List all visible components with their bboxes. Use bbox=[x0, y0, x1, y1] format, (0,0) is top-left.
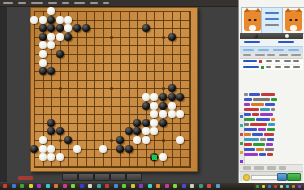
rail-tool-icon[interactable] bbox=[240, 115, 243, 118]
fox-muzzle bbox=[249, 25, 256, 31]
chat-text-segment bbox=[244, 108, 259, 111]
chat-text-segment bbox=[244, 118, 255, 121]
black-stone bbox=[168, 93, 176, 101]
taskbar-app-icon[interactable] bbox=[63, 184, 67, 188]
board-control-button[interactable] bbox=[126, 173, 142, 181]
white-stone bbox=[150, 110, 158, 118]
taskbar-app-icon[interactable] bbox=[173, 184, 177, 188]
black-stone bbox=[39, 24, 47, 32]
white-stone bbox=[159, 110, 167, 118]
chat-text-segment bbox=[250, 123, 268, 126]
taskbar-app-icon[interactable] bbox=[216, 184, 220, 188]
text-blur bbox=[265, 12, 279, 14]
white-stone bbox=[56, 33, 64, 41]
hoshi-point bbox=[110, 87, 113, 90]
hoshi-point bbox=[59, 139, 62, 142]
chat-message-blur bbox=[244, 143, 303, 146]
chat-text-segment bbox=[244, 133, 251, 136]
chat-tool-button[interactable] bbox=[267, 166, 276, 170]
sidebar-toolbar[interactable] bbox=[240, 46, 303, 53]
chat-toolbar[interactable] bbox=[240, 164, 303, 171]
fox-muzzle bbox=[290, 25, 297, 31]
black-stone bbox=[39, 67, 47, 75]
menu-item-blur[interactable] bbox=[3, 2, 13, 4]
black-stone bbox=[47, 127, 55, 135]
white-stone bbox=[73, 145, 81, 153]
tray-icon[interactable] bbox=[268, 185, 271, 188]
taskbar-app-icon[interactable] bbox=[54, 184, 58, 188]
white-stone bbox=[150, 93, 158, 101]
text-blur bbox=[243, 66, 259, 68]
taskbar-app-icon[interactable] bbox=[97, 184, 101, 188]
rank-badge bbox=[259, 60, 262, 63]
chat-input-row bbox=[240, 171, 303, 181]
white-stone bbox=[39, 59, 47, 67]
white-stone bbox=[64, 16, 72, 24]
chat-message-blur bbox=[244, 138, 303, 141]
black-stone bbox=[56, 50, 64, 58]
chat-text-segment bbox=[244, 113, 251, 116]
white-stone bbox=[39, 136, 47, 144]
black-stone bbox=[159, 93, 167, 101]
menu-item-blur[interactable] bbox=[103, 2, 109, 4]
white-stone bbox=[168, 110, 176, 118]
text-blur bbox=[267, 54, 275, 56]
taskbar-app-icon[interactable] bbox=[37, 184, 41, 188]
chat-message-blur bbox=[244, 113, 303, 116]
black-stone bbox=[82, 24, 90, 32]
taskbar-app-icon[interactable] bbox=[190, 184, 194, 188]
chat-text-segment bbox=[268, 123, 275, 126]
text-blur bbox=[284, 60, 291, 62]
hoshi-point bbox=[162, 36, 165, 39]
white-stone bbox=[39, 50, 47, 58]
chat-text-segment bbox=[271, 108, 276, 111]
capture-timer-bar bbox=[240, 33, 303, 39]
chat-text-segment bbox=[271, 98, 277, 101]
chat-message-blur bbox=[244, 98, 303, 101]
text-blur bbox=[279, 54, 288, 56]
chat-message-blur bbox=[244, 118, 303, 121]
text-blur bbox=[275, 60, 280, 62]
black-stone bbox=[133, 119, 141, 127]
text-blur bbox=[243, 54, 251, 56]
text-blur bbox=[293, 66, 300, 68]
chat-text-segment bbox=[264, 133, 275, 136]
white-stone-icon bbox=[285, 34, 289, 38]
white-stone bbox=[150, 127, 158, 135]
chat-text-segment bbox=[244, 143, 252, 146]
chat-message-blur bbox=[244, 153, 303, 156]
text-blur bbox=[243, 60, 257, 62]
text-blur bbox=[243, 49, 254, 51]
player-avatar-right bbox=[282, 7, 304, 34]
chat-message-blur bbox=[244, 148, 303, 151]
chat-text-segment bbox=[252, 133, 263, 136]
text-blur bbox=[288, 49, 299, 51]
white-stone bbox=[47, 33, 55, 41]
white-stone bbox=[56, 16, 64, 24]
rail-tool-icon[interactable] bbox=[240, 151, 243, 154]
chat-text-segment bbox=[244, 128, 257, 131]
black-stone bbox=[56, 127, 64, 135]
chat-message-blur bbox=[244, 123, 303, 126]
menu-item-blur[interactable] bbox=[18, 2, 26, 4]
taskbar-app-icon[interactable] bbox=[114, 184, 118, 188]
white-stone bbox=[39, 41, 47, 49]
chat-text-segment bbox=[260, 108, 269, 111]
black-stone bbox=[125, 145, 133, 153]
rail-tool-icon[interactable] bbox=[240, 124, 243, 127]
rail-tool-icon[interactable] bbox=[240, 133, 243, 136]
white-stone bbox=[39, 16, 47, 24]
black-stone bbox=[73, 24, 81, 32]
chat-text-segment bbox=[260, 113, 273, 116]
chat-text-segment bbox=[266, 143, 273, 146]
taskbar-app-icon[interactable] bbox=[88, 184, 92, 188]
taskbar-app-icon[interactable] bbox=[105, 184, 109, 188]
fox-avatar-icon bbox=[285, 10, 302, 31]
white-stone bbox=[142, 127, 150, 135]
window-edge bbox=[0, 7, 7, 182]
taskbar-app-icon[interactable] bbox=[165, 184, 169, 188]
board-control-button[interactable] bbox=[94, 173, 110, 181]
chat-text-segment bbox=[251, 103, 264, 106]
taskbar-app-icon[interactable] bbox=[29, 184, 33, 188]
white-stone bbox=[47, 153, 55, 161]
chat-message-blur bbox=[244, 108, 303, 111]
text-blur bbox=[244, 41, 260, 43]
black-stone bbox=[142, 24, 150, 32]
white-stone bbox=[30, 16, 38, 24]
black-stone bbox=[176, 93, 184, 101]
black-stone bbox=[168, 84, 176, 92]
text-blur bbox=[273, 49, 284, 51]
board-grid bbox=[34, 11, 191, 168]
black-stone bbox=[116, 145, 124, 153]
board-control-button[interactable] bbox=[78, 173, 94, 181]
board-control-button[interactable] bbox=[110, 173, 126, 181]
tray-icon[interactable] bbox=[262, 185, 265, 188]
hoshi-point bbox=[162, 87, 165, 90]
text-blur bbox=[293, 60, 299, 62]
black-stone bbox=[30, 145, 38, 153]
white-stone bbox=[159, 153, 167, 161]
game-info-panel bbox=[261, 7, 284, 34]
black-stone bbox=[47, 67, 55, 75]
taskbar-app-icon[interactable] bbox=[199, 184, 203, 188]
black-stone bbox=[159, 102, 167, 110]
text-blur bbox=[275, 66, 281, 68]
text-blur bbox=[266, 60, 272, 62]
chat-text-segment bbox=[253, 98, 270, 101]
white-stone bbox=[39, 145, 47, 153]
chat-text-segment bbox=[244, 138, 259, 141]
table-row[interactable] bbox=[240, 59, 303, 64]
chat-text-segment bbox=[252, 113, 259, 116]
white-stone bbox=[133, 136, 141, 144]
menu-item-blur[interactable] bbox=[31, 2, 43, 4]
text-blur bbox=[255, 54, 265, 56]
chat-text-segment bbox=[259, 153, 266, 156]
white-stone bbox=[99, 145, 107, 153]
taskbar-app-icon[interactable] bbox=[156, 184, 160, 188]
text-blur bbox=[291, 54, 301, 56]
chat-message-blur bbox=[244, 133, 303, 136]
chat-text-segment bbox=[267, 138, 274, 141]
chat-text-segment bbox=[265, 148, 274, 151]
chat-text-segment bbox=[271, 118, 276, 121]
table-row[interactable] bbox=[240, 65, 303, 70]
taskbar-app-icon[interactable] bbox=[148, 184, 152, 188]
tray-icon[interactable] bbox=[280, 185, 283, 188]
desktop-screen bbox=[0, 0, 304, 190]
chat-text-segment bbox=[249, 93, 261, 96]
black-stone bbox=[47, 119, 55, 127]
white-stone bbox=[47, 41, 55, 49]
text-blur bbox=[266, 66, 271, 68]
taskbar-app-icon[interactable] bbox=[182, 184, 186, 188]
black-stone bbox=[39, 33, 47, 41]
chat-text-segment bbox=[261, 93, 275, 96]
taskbar[interactable] bbox=[0, 183, 304, 190]
rail-tool-icon[interactable] bbox=[240, 160, 243, 163]
emoticon-icon[interactable] bbox=[243, 174, 250, 181]
white-stone bbox=[56, 153, 64, 161]
black-stone bbox=[142, 102, 150, 110]
hoshi-point bbox=[59, 87, 62, 90]
chat-tool-button[interactable] bbox=[279, 166, 286, 170]
taskbar-app-icon[interactable] bbox=[71, 184, 75, 188]
hoshi-point bbox=[110, 139, 113, 142]
black-stone bbox=[133, 127, 141, 135]
black-stone bbox=[125, 127, 133, 135]
menu-item-blur[interactable] bbox=[48, 2, 57, 4]
chat-text-segment bbox=[256, 118, 270, 121]
chat-text-segment bbox=[258, 128, 266, 131]
player-names-row bbox=[240, 40, 303, 45]
fox-avatar-icon bbox=[244, 10, 261, 31]
go-board[interactable] bbox=[30, 7, 198, 172]
tray-icon[interactable] bbox=[256, 185, 259, 188]
text-blur bbox=[258, 49, 269, 51]
rank-badge bbox=[261, 66, 264, 69]
board-control-button[interactable] bbox=[62, 173, 78, 181]
chat-text-segment bbox=[260, 138, 266, 141]
taskbar-app-icon[interactable] bbox=[80, 184, 84, 188]
chat-text-segment bbox=[244, 153, 258, 156]
menu-item-blur[interactable] bbox=[74, 2, 85, 4]
menu-item-blur[interactable] bbox=[62, 2, 69, 4]
white-stone bbox=[176, 136, 184, 144]
last-move-marker bbox=[153, 156, 156, 159]
tray-icon[interactable] bbox=[298, 185, 301, 188]
hoshi-point bbox=[162, 139, 165, 142]
client-sidebar bbox=[238, 0, 304, 183]
white-stone bbox=[176, 110, 184, 118]
taskbar-app-icon[interactable] bbox=[12, 184, 16, 188]
chat-text-segment bbox=[244, 103, 250, 106]
chat-message-area[interactable] bbox=[244, 93, 303, 163]
chat-message-blur bbox=[244, 128, 303, 131]
white-stone bbox=[150, 119, 158, 127]
window-logo bbox=[18, 176, 33, 180]
taskbar-app-icon[interactable] bbox=[207, 184, 211, 188]
text-blur bbox=[265, 24, 279, 26]
hoshi-point bbox=[110, 36, 113, 39]
rail-tool-icon[interactable] bbox=[240, 142, 243, 145]
white-stone bbox=[64, 24, 72, 32]
white-stone bbox=[142, 136, 150, 144]
black-stone bbox=[56, 24, 64, 32]
black-stone bbox=[159, 119, 167, 127]
tray-icon[interactable] bbox=[286, 185, 289, 188]
tray-icon[interactable] bbox=[274, 185, 277, 188]
black-stone bbox=[64, 33, 72, 41]
chat-text-segment bbox=[244, 93, 248, 96]
black-stone bbox=[47, 24, 55, 32]
black-stone bbox=[142, 119, 150, 127]
taskbar-app-icon[interactable] bbox=[131, 184, 135, 188]
white-stone bbox=[47, 145, 55, 153]
white-stone bbox=[168, 102, 176, 110]
text-blur bbox=[265, 18, 279, 20]
chat-tool-button[interactable] bbox=[254, 166, 264, 170]
taskbar-app-icon[interactable] bbox=[20, 184, 24, 188]
chat-text-segment bbox=[267, 128, 275, 131]
black-stone bbox=[64, 136, 72, 144]
white-stone bbox=[39, 153, 47, 161]
chat-text-segment bbox=[244, 98, 252, 101]
chat-text-segment bbox=[267, 153, 273, 156]
chat-text-segment bbox=[244, 123, 249, 126]
chat-tool-button[interactable] bbox=[243, 166, 251, 170]
black-stone-icon bbox=[254, 34, 258, 38]
taskbar-app-icon[interactable] bbox=[46, 184, 50, 188]
taskbar-app-icon[interactable] bbox=[122, 184, 126, 188]
chat-text-segment bbox=[244, 148, 255, 151]
aux-button[interactable] bbox=[277, 173, 287, 181]
black-stone bbox=[168, 33, 176, 41]
text-blur bbox=[278, 41, 294, 43]
chat-message-blur bbox=[244, 103, 303, 106]
tray-icon[interactable] bbox=[292, 185, 295, 188]
chat-text-segment bbox=[253, 143, 265, 146]
black-stone bbox=[47, 16, 55, 24]
chat-message-blur bbox=[244, 93, 303, 96]
taskbar-app-icon[interactable] bbox=[139, 184, 143, 188]
chat-text-segment bbox=[265, 103, 276, 106]
text-blur bbox=[284, 66, 290, 68]
white-stone bbox=[142, 93, 150, 101]
system-tray[interactable] bbox=[254, 183, 304, 190]
white-stone bbox=[150, 102, 158, 110]
taskbar-app-icon[interactable] bbox=[3, 184, 7, 188]
white-stone bbox=[47, 7, 55, 15]
chat-text-segment bbox=[256, 148, 264, 151]
menu-item-blur[interactable] bbox=[90, 2, 98, 4]
black-stone bbox=[116, 136, 124, 144]
send-button[interactable] bbox=[287, 173, 301, 181]
